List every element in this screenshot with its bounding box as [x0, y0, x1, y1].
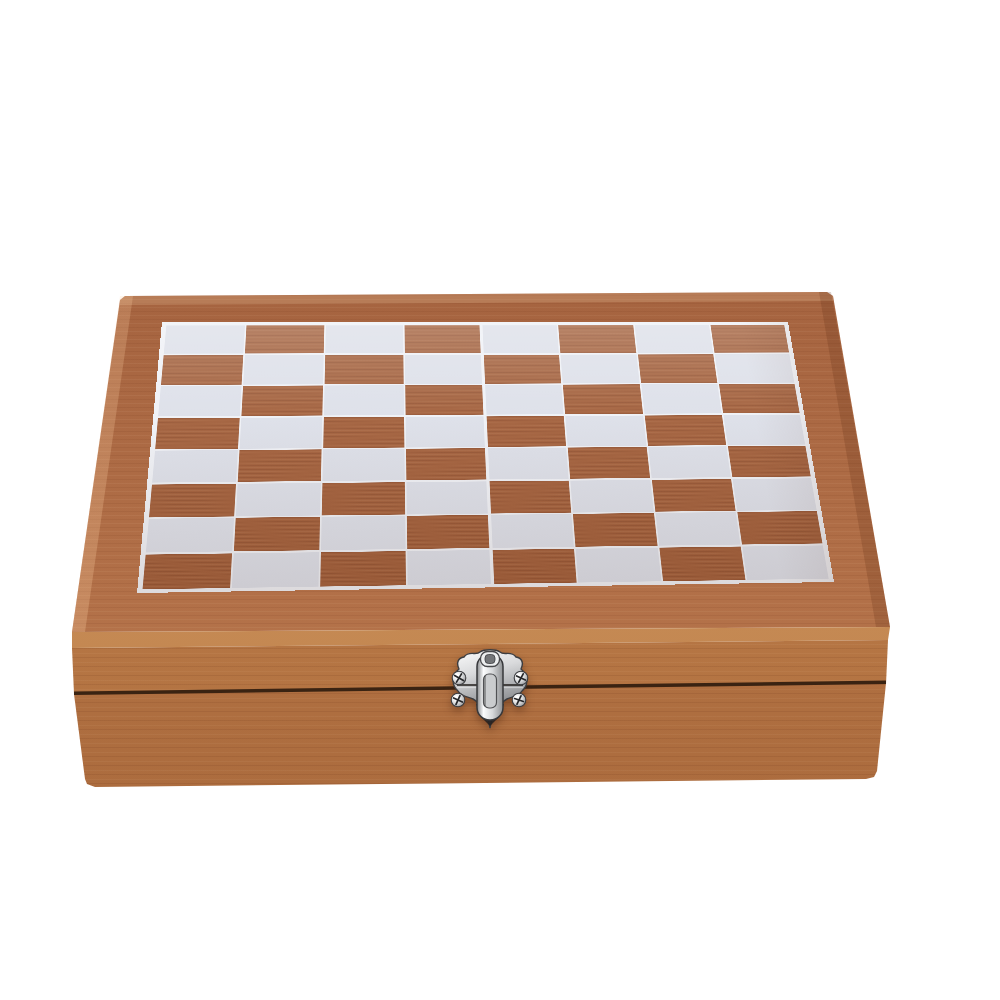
square-b8 — [245, 325, 324, 354]
square-a4 — [152, 450, 237, 483]
square-g1 — [660, 546, 746, 581]
square-a1 — [143, 553, 232, 589]
square-f6 — [564, 385, 644, 415]
square-f3 — [571, 480, 654, 513]
phillips-screw-icon — [514, 671, 528, 685]
square-e3 — [489, 480, 572, 513]
square-h8 — [711, 325, 789, 353]
square-f4 — [568, 447, 650, 479]
square-d5 — [405, 416, 485, 447]
clasp-knob-hole — [485, 655, 495, 664]
square-d7 — [404, 355, 482, 384]
square-e7 — [483, 355, 561, 384]
square-c4 — [322, 449, 404, 481]
phillips-screw-icon — [512, 693, 526, 707]
square-b2 — [234, 517, 320, 551]
square-e4 — [487, 448, 569, 480]
phillips-screw-icon — [452, 671, 466, 685]
square-c6 — [324, 385, 404, 415]
square-c5 — [323, 417, 404, 448]
square-b4 — [238, 450, 321, 482]
square-a2 — [146, 518, 234, 553]
square-c2 — [321, 516, 405, 550]
square-a5 — [155, 418, 239, 450]
square-e5 — [486, 416, 566, 447]
square-c3 — [322, 482, 405, 515]
square-g7 — [638, 354, 717, 383]
square-g8 — [635, 325, 713, 353]
square-d3 — [406, 481, 488, 514]
chessboard — [137, 322, 834, 593]
square-d6 — [405, 385, 484, 415]
square-f2 — [574, 513, 658, 547]
square-h2 — [738, 511, 823, 544]
square-g3 — [652, 479, 735, 512]
square-h7 — [715, 354, 794, 383]
square-f7 — [561, 354, 640, 383]
square-g6 — [642, 384, 722, 414]
chessboard-grid — [141, 324, 831, 591]
square-g4 — [649, 447, 731, 479]
square-b5 — [240, 417, 322, 448]
square-g5 — [645, 415, 726, 446]
square-h4 — [728, 446, 810, 477]
square-c7 — [324, 355, 403, 384]
square-d8 — [404, 325, 481, 353]
square-a3 — [149, 484, 235, 518]
square-a8 — [164, 325, 245, 354]
square-f1 — [576, 547, 661, 582]
square-h6 — [719, 384, 799, 413]
square-d2 — [406, 515, 490, 549]
latch-clasp — [446, 648, 534, 734]
square-b1 — [232, 552, 319, 588]
square-h1 — [742, 545, 828, 579]
square-f8 — [559, 325, 637, 353]
square-e1 — [492, 548, 577, 583]
square-b3 — [236, 483, 320, 516]
square-e8 — [482, 325, 559, 353]
square-a7 — [161, 355, 243, 385]
square-g2 — [656, 512, 740, 546]
phillips-screw-icon — [451, 693, 465, 707]
square-b7 — [243, 355, 323, 384]
square-h3 — [733, 478, 816, 510]
square-h5 — [724, 415, 805, 445]
square-f5 — [566, 415, 647, 446]
square-c8 — [325, 325, 403, 353]
square-a6 — [158, 386, 241, 417]
square-e2 — [490, 514, 574, 548]
square-d1 — [407, 550, 492, 585]
square-d4 — [406, 448, 487, 480]
square-b6 — [241, 386, 322, 416]
square-e6 — [485, 385, 564, 415]
square-c1 — [320, 551, 405, 586]
product-photo — [0, 0, 1000, 1000]
